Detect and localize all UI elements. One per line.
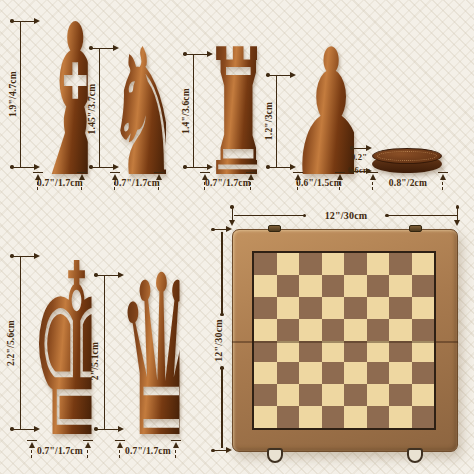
board-square: [344, 341, 367, 363]
board-square: [277, 275, 300, 297]
board-square: [344, 275, 367, 297]
board-square: [389, 319, 412, 341]
board-square: [254, 406, 277, 428]
board-square: [322, 253, 345, 275]
queen-width-label: 0.7"/1.7cm: [115, 446, 181, 456]
board-square: [322, 384, 345, 406]
board-square: [367, 384, 390, 406]
board-square: [254, 275, 277, 297]
board-square: [299, 341, 322, 363]
knight-width-label: 0.7"/1.7cm: [110, 178, 164, 188]
board-square: [299, 406, 322, 428]
board-square: [277, 384, 300, 406]
hinge-icon: [409, 225, 422, 232]
board-square: [299, 384, 322, 406]
board-square: [277, 341, 300, 363]
queen-height-dimension-line: [104, 276, 105, 430]
queen-height-label: 2"/5.1cm: [90, 321, 100, 401]
bishop-height-dimension-line: [20, 22, 21, 168]
board-square: [344, 384, 367, 406]
board-square: [277, 406, 300, 428]
knight-height-dimension-line: [99, 49, 100, 168]
checker-width-label: 0.8"/2cm: [368, 178, 448, 188]
board-square: [412, 362, 435, 384]
board-square: [389, 384, 412, 406]
board-square: [254, 253, 277, 275]
board-square: [412, 297, 435, 319]
board-square: [389, 406, 412, 428]
board-top-dimension-right-tick: [457, 208, 458, 220]
board-square: [299, 319, 322, 341]
board-square: [367, 253, 390, 275]
rook-width-dimension: 0.7"/1.7cm: [200, 172, 256, 192]
king-width-dimension: 0.7"/1.7cm: [27, 440, 93, 460]
board-square: [412, 341, 435, 363]
board-square: [322, 406, 345, 428]
board-square: [367, 341, 390, 363]
pawn-height-label: 1.2"/3cm: [264, 81, 274, 161]
clasp-foot-icon: [267, 448, 283, 463]
board-square: [389, 341, 412, 363]
board-square: [367, 297, 390, 319]
board-square: [299, 297, 322, 319]
board-top-dimension-left-tick: [232, 208, 233, 220]
board-square: [299, 362, 322, 384]
checker-height-top-arrow-icon: [352, 148, 368, 149]
board-square: [344, 362, 367, 384]
board-square: [277, 362, 300, 384]
board-square: [412, 406, 435, 428]
board-square: [277, 319, 300, 341]
checker-width-dimension: 0.8"/2cm: [368, 172, 448, 192]
board-top-dimension-right-segment: [387, 215, 457, 216]
board-square: [322, 275, 345, 297]
queen-width-dimension: 0.7"/1.7cm: [115, 440, 181, 460]
board-square: [299, 275, 322, 297]
pawn-height-dimension-line: [276, 76, 277, 168]
rook-width-label: 0.7"/1.7cm: [200, 178, 256, 188]
board-square: [367, 406, 390, 428]
hinge-icon: [268, 225, 281, 232]
board-fold-line: [232, 341, 458, 343]
product-dimension-diagram: 1.9"/4.7cm ♝ 0.7"/1.7cm 1.45"/3.7cm ♞ 0.…: [0, 0, 474, 474]
board-square: [389, 362, 412, 384]
queen-piece: ♛: [117, 246, 180, 468]
king-width-label: 0.7"/1.7cm: [27, 446, 93, 456]
pawn-width-dimension: 0.6"/1.5cm: [293, 172, 345, 192]
board-square: [322, 341, 345, 363]
board-square: [412, 319, 435, 341]
board-square: [344, 319, 367, 341]
board-square: [344, 253, 367, 275]
board-square: [322, 362, 345, 384]
board-square: [254, 384, 277, 406]
board-square: [389, 297, 412, 319]
king-height-label: 2.2"/5.6cm: [6, 303, 16, 383]
board-square: [254, 297, 277, 319]
board-square: [367, 319, 390, 341]
knight-height-label: 1.45"/3.7cm: [87, 69, 97, 149]
board-left-dimension-bottom-tick: [214, 450, 226, 451]
checker-piece: [372, 148, 442, 174]
board-square: [412, 275, 435, 297]
board-square: [322, 297, 345, 319]
board-square: [389, 253, 412, 275]
chess-board-frame: [232, 229, 458, 452]
board-square: [344, 297, 367, 319]
board-top-dimension-left-segment: [234, 215, 304, 216]
knight-width-dimension: 0.7"/1.7cm: [110, 172, 164, 192]
board-square: [367, 362, 390, 384]
board-square: [299, 253, 322, 275]
board-square: [254, 319, 277, 341]
clasp-foot-icon: [407, 448, 423, 463]
board-left-dimension-top-tick: [214, 229, 226, 230]
board-square: [412, 253, 435, 275]
board-square: [322, 319, 345, 341]
board-square: [367, 275, 390, 297]
rook-height-dimension-line: [193, 55, 194, 168]
board-square: [277, 253, 300, 275]
rook-height-label: 1.4"/3.6cm: [181, 71, 191, 151]
board-square: [277, 297, 300, 319]
bishop-height-label: 1.9"/4.7cm: [8, 54, 18, 134]
board-square: [254, 362, 277, 384]
board-square: [254, 341, 277, 363]
checker-top-face: [372, 148, 442, 164]
pawn-width-label: 0.6"/1.5cm: [293, 178, 345, 188]
king-height-dimension-line: [20, 257, 21, 430]
board-square: [389, 275, 412, 297]
bishop-width-label: 0.7"/1.7cm: [33, 178, 87, 188]
board-height-label: 12"/30cm: [213, 301, 224, 381]
board-square: [412, 384, 435, 406]
bishop-width-dimension: 0.7"/1.7cm: [33, 172, 87, 192]
board-square: [344, 406, 367, 428]
board-width-label: 12"/30cm: [305, 210, 387, 221]
king-piece: ♚: [29, 233, 92, 471]
